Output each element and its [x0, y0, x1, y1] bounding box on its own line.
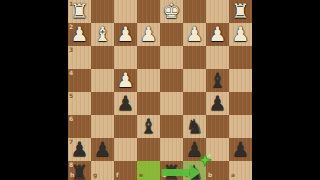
square-c6[interactable]: ♞: [183, 115, 206, 138]
square-c7[interactable]: ♟: [183, 138, 206, 161]
square-g3[interactable]: [91, 46, 114, 69]
file-label-e: e: [139, 172, 143, 178]
square-c2[interactable]: ♟: [183, 23, 206, 46]
piece-bP-g7: ♟: [91, 138, 114, 161]
square-b8[interactable]: b: [206, 161, 229, 180]
piece-bN-c8: ♞: [183, 161, 206, 180]
square-e2[interactable]: ♟: [137, 23, 160, 46]
square-f8[interactable]: f: [114, 161, 137, 180]
square-f7[interactable]: [114, 138, 137, 161]
file-label-f: f: [116, 172, 119, 178]
rank-label-8: 8: [69, 162, 73, 168]
square-b2[interactable]: ♟: [206, 23, 229, 46]
piece-wP-f4: ♟: [114, 69, 137, 92]
square-d7[interactable]: [160, 138, 183, 161]
square-a7[interactable]: ♟: [229, 138, 252, 161]
square-f6[interactable]: [114, 115, 137, 138]
square-d2[interactable]: [160, 23, 183, 46]
square-e8[interactable]: e: [137, 161, 160, 180]
file-label-d: d: [162, 172, 166, 178]
square-d8[interactable]: d♜: [160, 161, 183, 180]
square-d3[interactable]: [160, 46, 183, 69]
piece-bP-f5: ♟: [114, 92, 137, 115]
piece-bN-c6: ♞: [183, 115, 206, 138]
rank-label-5: 5: [69, 93, 73, 99]
square-c3[interactable]: [183, 46, 206, 69]
piece-bP-b5: ♟: [206, 92, 229, 115]
square-e5[interactable]: [137, 92, 160, 115]
chess-board: 1♜♚♜2♟♝♟♟♟♟♟34♟♝5♟♟6♝♞7♟♟♟♟8h♜gfed♜c♞ba: [68, 0, 252, 180]
video-frame: 1♜♚♜2♟♝♟♟♟♟♟34♟♝5♟♟6♝♞7♟♟♟♟8h♜gfed♜c♞ba: [0, 0, 320, 180]
square-f2[interactable]: ♟: [114, 23, 137, 46]
square-h5[interactable]: 5: [68, 92, 91, 115]
square-b3[interactable]: [206, 46, 229, 69]
square-h1[interactable]: 1♜: [68, 0, 91, 23]
square-b7[interactable]: [206, 138, 229, 161]
square-b4[interactable]: ♝: [206, 69, 229, 92]
square-h4[interactable]: 4: [68, 69, 91, 92]
square-b6[interactable]: [206, 115, 229, 138]
square-b5[interactable]: ♟: [206, 92, 229, 115]
file-label-a: a: [231, 172, 235, 178]
piece-bB-e6: ♝: [137, 115, 160, 138]
rank-label-1: 1: [69, 1, 73, 7]
piece-wR-a1: ♜: [229, 0, 252, 23]
square-d6[interactable]: [160, 115, 183, 138]
square-h7[interactable]: 7♟: [68, 138, 91, 161]
piece-wP-a2: ♟: [229, 23, 252, 46]
piece-wK-d1: ♚: [160, 0, 183, 23]
rank-label-7: 7: [69, 139, 73, 145]
square-e3[interactable]: [137, 46, 160, 69]
piece-wP-b2: ♟: [206, 23, 229, 46]
piece-bR-d8: ♜: [160, 161, 183, 180]
file-label-b: b: [208, 172, 212, 178]
right-letterbox-bar: [252, 0, 320, 180]
piece-wP-h2: ♟: [68, 23, 91, 46]
square-g1[interactable]: [91, 0, 114, 23]
piece-bP-h7: ♟: [68, 138, 91, 161]
square-b1[interactable]: [206, 0, 229, 23]
square-f1[interactable]: [114, 0, 137, 23]
rank-label-3: 3: [69, 47, 73, 53]
piece-wR-h1: ♜: [68, 0, 91, 23]
square-f4[interactable]: ♟: [114, 69, 137, 92]
piece-wP-f2: ♟: [114, 23, 137, 46]
piece-bR-h8: ♜: [68, 161, 91, 180]
square-g7[interactable]: ♟: [91, 138, 114, 161]
left-letterbox-bar: [0, 0, 68, 180]
square-e4[interactable]: [137, 69, 160, 92]
square-a3[interactable]: [229, 46, 252, 69]
square-g6[interactable]: [91, 115, 114, 138]
piece-wB-g2: ♝: [91, 23, 114, 46]
square-h3[interactable]: 3: [68, 46, 91, 69]
rank-label-4: 4: [69, 70, 73, 76]
square-a8[interactable]: a: [229, 161, 252, 180]
rank-label-6: 6: [69, 116, 73, 122]
square-e6[interactable]: ♝: [137, 115, 160, 138]
square-e1[interactable]: [137, 0, 160, 23]
square-d4[interactable]: [160, 69, 183, 92]
piece-wP-c2: ♟: [183, 23, 206, 46]
square-g2[interactable]: ♝: [91, 23, 114, 46]
square-g5[interactable]: [91, 92, 114, 115]
square-a1[interactable]: ♜: [229, 0, 252, 23]
square-h2[interactable]: 2♟: [68, 23, 91, 46]
square-g8[interactable]: g: [91, 161, 114, 180]
piece-wP-e2: ♟: [137, 23, 160, 46]
square-c8[interactable]: c♞: [183, 161, 206, 180]
rank-label-2: 2: [69, 24, 73, 30]
piece-bP-c7: ♟: [183, 138, 206, 161]
square-d1[interactable]: ♚: [160, 0, 183, 23]
square-c5[interactable]: [183, 92, 206, 115]
square-c1[interactable]: [183, 0, 206, 23]
highlight-e8: [137, 161, 160, 180]
piece-bP-a7: ♟: [229, 138, 252, 161]
square-a4[interactable]: [229, 69, 252, 92]
square-a2[interactable]: ♟: [229, 23, 252, 46]
square-f5[interactable]: ♟: [114, 92, 137, 115]
square-c4[interactable]: [183, 69, 206, 92]
file-label-g: g: [93, 172, 97, 178]
square-f3[interactable]: [114, 46, 137, 69]
square-a6[interactable]: [229, 115, 252, 138]
square-d5[interactable]: [160, 92, 183, 115]
square-g4[interactable]: [91, 69, 114, 92]
square-a5[interactable]: [229, 92, 252, 115]
file-label-c: c: [185, 172, 189, 178]
highlight-c8: [183, 161, 206, 180]
square-h8[interactable]: 8h♜: [68, 161, 91, 180]
square-e7[interactable]: [137, 138, 160, 161]
piece-bB-b4: ♝: [206, 69, 229, 92]
square-h6[interactable]: 6: [68, 115, 91, 138]
file-label-h: h: [70, 172, 74, 178]
